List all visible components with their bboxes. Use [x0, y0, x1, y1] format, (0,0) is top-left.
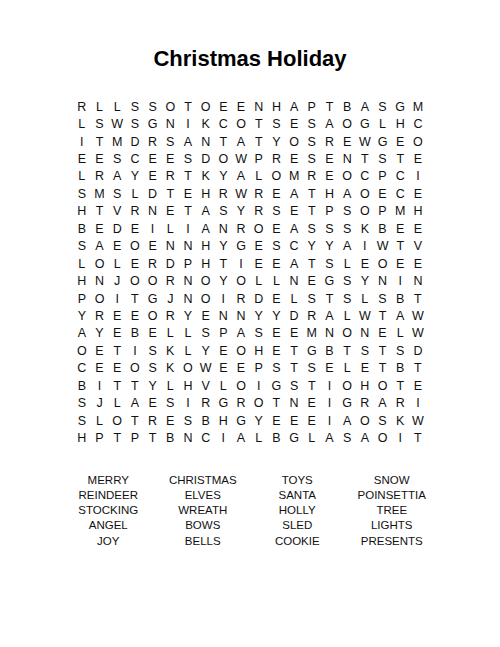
grid-cell-r19c11: Y [250, 412, 268, 429]
grid-cell-r16c18: T [374, 360, 392, 377]
grid-cell-r16c11: P [250, 360, 268, 377]
grid-cell-r12c16: S [338, 290, 356, 307]
grid-cell-r1c17: A [356, 98, 374, 115]
grid-cell-r4c20: E [409, 150, 427, 167]
grid-cell-r17c16: O [338, 377, 356, 394]
grid-cell-r14c14: M [303, 325, 321, 342]
grid-cell-r2c18: L [374, 115, 392, 132]
grid-cell-r15c2: E [91, 342, 109, 359]
grid-cell-r17c9: L [215, 377, 233, 394]
grid-cell-r9c18: W [374, 238, 392, 255]
grid-cell-r3c10: A [232, 133, 250, 150]
grid-cell-r17c12: G [268, 377, 286, 394]
grid-cell-r18c2: J [91, 394, 109, 411]
grid-cell-r6c6: T [161, 185, 179, 202]
grid-cell-r14c3: E [108, 325, 126, 342]
grid-cell-r15c4: I [126, 342, 144, 359]
grid-cell-r5c5: E [144, 168, 162, 185]
grid-cell-r6c11: R [250, 185, 268, 202]
word-christmas: CHRISTMAS [156, 473, 251, 488]
grid-cell-r7c20: H [409, 203, 427, 220]
grid-cell-r15c3: T [108, 342, 126, 359]
grid-cell-r8c17: K [356, 220, 374, 237]
grid-cell-r12c6: J [161, 290, 179, 307]
grid-cell-r5c2: R [91, 168, 109, 185]
grid-cell-r10c5: R [144, 255, 162, 272]
grid-cell-r20c3: T [108, 429, 126, 446]
grid-cell-r9c9: Y [215, 238, 233, 255]
grid-cell-r19c5: R [144, 412, 162, 429]
grid-cell-r20c19: I [391, 429, 409, 446]
grid-cell-r7c13: E [285, 203, 303, 220]
grid-cell-r3c5: R [144, 133, 162, 150]
word-presents: PRESENTS [345, 534, 440, 549]
grid-cell-r16c12: S [268, 360, 286, 377]
grid-cell-r6c1: S [73, 185, 91, 202]
grid-cell-r10c7: P [179, 255, 197, 272]
grid-cell-r1c9: E [215, 98, 233, 115]
worksheet-page: Christmas Holiday RLLSSOTOEENHAPTBASGMLS… [0, 0, 500, 647]
grid-cell-r20c2: P [91, 429, 109, 446]
word-bows: BOWS [156, 518, 251, 533]
grid-cell-r13c20: W [409, 307, 427, 324]
grid-cell-r14c9: P [215, 325, 233, 342]
grid-cell-r17c2: I [91, 377, 109, 394]
grid-cell-r4c7: S [179, 150, 197, 167]
grid-cell-r18c1: S [73, 394, 91, 411]
word-poinsettia: POINSETTIA [345, 488, 440, 503]
grid-cell-r19c1: S [73, 412, 91, 429]
grid-cell-r1c4: S [126, 98, 144, 115]
grid-cell-r18c6: S [161, 394, 179, 411]
grid-cell-r15c20: D [409, 342, 427, 359]
grid-cell-r14c16: O [338, 325, 356, 342]
grid-cell-r15c13: T [285, 342, 303, 359]
grid-cell-r5c17: C [356, 168, 374, 185]
grid-cell-r5c14: R [303, 168, 321, 185]
grid-cell-r11c12: L [268, 272, 286, 289]
grid-cell-r3c14: S [303, 133, 321, 150]
grid-cell-r17c14: T [303, 377, 321, 394]
grid-cell-r18c12: T [268, 394, 286, 411]
grid-cell-r6c18: E [374, 185, 392, 202]
grid-cell-r4c10: W [232, 150, 250, 167]
grid-cell-r5c12: O [268, 168, 286, 185]
grid-cell-r18c15: I [321, 394, 339, 411]
grid-cell-r15c17: S [356, 342, 374, 359]
grid-cell-r19c10: G [232, 412, 250, 429]
word-santa: SANTA [250, 488, 345, 503]
grid-cell-r1c2: L [91, 98, 109, 115]
grid-cell-r11c15: G [321, 272, 339, 289]
grid-cell-r2c20: C [409, 115, 427, 132]
grid-cell-r1c6: O [161, 98, 179, 115]
grid-cell-r8c8: A [197, 220, 215, 237]
grid-cell-r18c20: I [409, 394, 427, 411]
grid-cell-r1c18: S [374, 98, 392, 115]
grid-cell-r17c7: H [179, 377, 197, 394]
grid-cell-r19c2: L [91, 412, 109, 429]
grid-cell-r3c18: G [374, 133, 392, 150]
grid-cell-r1c10: E [232, 98, 250, 115]
grid-cell-r8c15: S [321, 220, 339, 237]
grid-cell-r2c14: S [303, 115, 321, 132]
grid-cell-r5c11: L [250, 168, 268, 185]
grid-cell-r14c15: N [321, 325, 339, 342]
grid-cell-r3c9: T [215, 133, 233, 150]
grid-cell-r3c12: Y [268, 133, 286, 150]
grid-cell-r18c8: R [197, 394, 215, 411]
grid-cell-r2c7: I [179, 115, 197, 132]
grid-cell-r19c12: E [268, 412, 286, 429]
grid-cell-r12c8: O [197, 290, 215, 307]
grid-cell-r2c2: S [91, 115, 109, 132]
grid-cell-r2c4: S [126, 115, 144, 132]
grid-cell-r10c4: E [126, 255, 144, 272]
grid-cell-r4c1: E [73, 150, 91, 167]
grid-cell-r3c8: N [197, 133, 215, 150]
letter-grid: RLLSSOTOEENHAPTBASGMLSWSGNIKCOTSESAOGLHC… [73, 98, 427, 447]
grid-cell-r7c9: S [215, 203, 233, 220]
grid-cell-r5c3: A [108, 168, 126, 185]
grid-cell-r14c5: E [144, 325, 162, 342]
grid-cell-r13c7: Y [179, 307, 197, 324]
grid-cell-r20c10: A [232, 429, 250, 446]
grid-cell-r9c3: E [108, 238, 126, 255]
grid-cell-r1c7: T [179, 98, 197, 115]
grid-cell-r4c19: T [391, 150, 409, 167]
grid-cell-r3c7: A [179, 133, 197, 150]
grid-cell-r14c1: A [73, 325, 91, 342]
grid-cell-r7c6: E [161, 203, 179, 220]
grid-cell-r4c16: N [338, 150, 356, 167]
grid-cell-r12c10: R [232, 290, 250, 307]
grid-cell-r3c6: S [161, 133, 179, 150]
grid-cell-r18c11: O [250, 394, 268, 411]
grid-cell-r15c6: K [161, 342, 179, 359]
grid-cell-r15c10: O [232, 342, 250, 359]
grid-cell-r19c6: E [161, 412, 179, 429]
grid-cell-r6c3: S [108, 185, 126, 202]
grid-cell-r11c2: N [91, 272, 109, 289]
grid-cell-r16c6: K [161, 360, 179, 377]
grid-cell-r14c10: A [232, 325, 250, 342]
grid-cell-r4c18: S [374, 150, 392, 167]
grid-cell-r10c16: L [338, 255, 356, 272]
grid-cell-r19c14: E [303, 412, 321, 429]
grid-cell-r20c4: P [126, 429, 144, 446]
grid-cell-r16c10: E [232, 360, 250, 377]
grid-cell-r20c1: H [73, 429, 91, 446]
grid-cell-r11c20: N [409, 272, 427, 289]
grid-cell-r18c3: L [108, 394, 126, 411]
grid-cell-r17c15: I [321, 377, 339, 394]
grid-cell-r16c15: E [321, 360, 339, 377]
word-elves: ELVES [156, 488, 251, 503]
grid-cell-r15c11: H [250, 342, 268, 359]
grid-cell-r11c6: R [161, 272, 179, 289]
grid-cell-r5c10: A [232, 168, 250, 185]
word-lights: LIGHTS [345, 518, 440, 533]
grid-cell-r7c1: H [73, 203, 91, 220]
grid-cell-r15c14: G [303, 342, 321, 359]
grid-cell-r18c4: A [126, 394, 144, 411]
word-bells: BELLS [156, 534, 251, 549]
grid-cell-r2c19: H [391, 115, 409, 132]
grid-cell-r12c5: G [144, 290, 162, 307]
grid-cell-r5c1: L [73, 168, 91, 185]
grid-cell-r9c11: E [250, 238, 268, 255]
grid-cell-r15c19: S [391, 342, 409, 359]
grid-cell-r3c11: T [250, 133, 268, 150]
grid-cell-r15c16: T [338, 342, 356, 359]
grid-cell-r14c20: W [409, 325, 427, 342]
grid-cell-r2c13: E [285, 115, 303, 132]
grid-cell-r16c4: O [126, 360, 144, 377]
grid-cell-r10c15: S [321, 255, 339, 272]
grid-cell-r19c7: S [179, 412, 197, 429]
grid-cell-r6c12: E [268, 185, 286, 202]
grid-cell-r11c7: N [179, 272, 197, 289]
grid-cell-r12c1: P [73, 290, 91, 307]
grid-cell-r10c19: E [391, 255, 409, 272]
grid-cell-r5c9: Y [215, 168, 233, 185]
grid-cell-r12c12: E [268, 290, 286, 307]
grid-cell-r1c5: S [144, 98, 162, 115]
grid-cell-r19c3: O [108, 412, 126, 429]
grid-cell-r14c8: S [197, 325, 215, 342]
word-list: MERRYREINDEERSTOCKINGANGELJOYCHRISTMASEL… [61, 473, 500, 549]
word-stocking: STOCKING [61, 503, 156, 518]
grid-cell-r4c17: T [356, 150, 374, 167]
grid-cell-r16c9: E [215, 360, 233, 377]
grid-cell-r15c18: T [374, 342, 392, 359]
grid-cell-r11c16: S [338, 272, 356, 289]
grid-cell-r8c4: E [126, 220, 144, 237]
grid-cell-r13c14: R [303, 307, 321, 324]
grid-cell-r18c10: R [232, 394, 250, 411]
grid-cell-r12c7: N [179, 290, 197, 307]
grid-cell-r3c19: E [391, 133, 409, 150]
grid-cell-r5c15: E [321, 168, 339, 185]
grid-cell-r18c13: N [285, 394, 303, 411]
grid-cell-r17c20: E [409, 377, 427, 394]
grid-cell-r9c19: T [391, 238, 409, 255]
grid-cell-r7c12: S [268, 203, 286, 220]
grid-cell-r20c11: L [250, 429, 268, 446]
grid-cell-r16c2: E [91, 360, 109, 377]
grid-cell-r13c5: O [144, 307, 162, 324]
grid-cell-r5c8: K [197, 168, 215, 185]
grid-cell-r14c7: L [179, 325, 197, 342]
grid-cell-r5c6: R [161, 168, 179, 185]
grid-cell-r8c10: R [232, 220, 250, 237]
grid-cell-r11c18: N [374, 272, 392, 289]
grid-cell-r15c5: S [144, 342, 162, 359]
grid-cell-r10c8: H [197, 255, 215, 272]
grid-cell-r11c1: H [73, 272, 91, 289]
grid-cell-r9c2: A [91, 238, 109, 255]
word-reindeer: REINDEER [61, 488, 156, 503]
grid-cell-r8c20: E [409, 220, 427, 237]
word-joy: JOY [61, 534, 156, 549]
grid-cell-r14c19: L [391, 325, 409, 342]
grid-cell-r11c9: Y [215, 272, 233, 289]
puzzle-title: Christmas Holiday [0, 0, 500, 72]
grid-cell-r11c19: I [391, 272, 409, 289]
grid-cell-r6c9: R [215, 185, 233, 202]
grid-cell-r17c4: T [126, 377, 144, 394]
word-list-column-4: SNOWPOINSETTIATREELIGHTSPRESENTS [345, 473, 440, 549]
grid-cell-r16c13: T [285, 360, 303, 377]
grid-cell-r9c15: Y [321, 238, 339, 255]
grid-cell-r11c17: Y [356, 272, 374, 289]
grid-cell-r15c15: B [321, 342, 339, 359]
grid-cell-r17c3: T [108, 377, 126, 394]
grid-cell-r18c16: G [338, 394, 356, 411]
grid-cell-r17c17: H [356, 377, 374, 394]
word-merry: MERRY [61, 473, 156, 488]
grid-cell-r20c16: S [338, 429, 356, 446]
grid-cell-r1c1: R [73, 98, 91, 115]
grid-cell-r12c19: B [391, 290, 409, 307]
grid-cell-r16c19: B [391, 360, 409, 377]
grid-cell-r16c1: C [73, 360, 91, 377]
grid-cell-r2c10: O [232, 115, 250, 132]
grid-cell-r6c4: L [126, 185, 144, 202]
grid-cell-r12c15: T [321, 290, 339, 307]
word-holly: HOLLY [250, 503, 345, 518]
grid-cell-r19c15: I [321, 412, 339, 429]
grid-cell-r10c18: O [374, 255, 392, 272]
grid-cell-r17c13: S [285, 377, 303, 394]
grid-cell-r8c7: I [179, 220, 197, 237]
grid-cell-r13c9: N [215, 307, 233, 324]
grid-cell-r20c18: O [374, 429, 392, 446]
grid-cell-r14c13: E [285, 325, 303, 342]
word-list-column-3: TOYSSANTAHOLLYSLEDCOOKIE [250, 473, 345, 549]
grid-cell-r8c11: O [250, 220, 268, 237]
grid-cell-r8c1: B [73, 220, 91, 237]
grid-cell-r16c20: T [409, 360, 427, 377]
grid-cell-r16c3: E [108, 360, 126, 377]
word-cookie: COOKIE [250, 534, 345, 549]
grid-cell-r19c17: O [356, 412, 374, 429]
grid-cell-r1c20: M [409, 98, 427, 115]
grid-cell-r9c5: E [144, 238, 162, 255]
grid-cell-r20c7: N [179, 429, 197, 446]
grid-cell-r12c18: S [374, 290, 392, 307]
grid-cell-r7c7: T [179, 203, 197, 220]
grid-cell-r20c15: A [321, 429, 339, 446]
grid-cell-r1c13: A [285, 98, 303, 115]
grid-cell-r6c15: H [321, 185, 339, 202]
grid-cell-r19c4: T [126, 412, 144, 429]
grid-cell-r11c5: O [144, 272, 162, 289]
grid-cell-r8c2: E [91, 220, 109, 237]
grid-cell-r11c11: L [250, 272, 268, 289]
word-list-column-2: CHRISTMASELVESWREATHBOWSBELLS [156, 473, 251, 549]
grid-cell-r4c4: C [126, 150, 144, 167]
grid-cell-r12c4: T [126, 290, 144, 307]
grid-cell-r9c7: N [179, 238, 197, 255]
grid-cell-r13c19: A [391, 307, 409, 324]
grid-cell-r6c13: A [285, 185, 303, 202]
grid-cell-r20c20: T [409, 429, 427, 446]
grid-cell-r13c3: E [108, 307, 126, 324]
grid-cell-r4c8: D [197, 150, 215, 167]
grid-cell-r5c18: P [374, 168, 392, 185]
grid-cell-r4c6: E [161, 150, 179, 167]
grid-cell-r14c12: E [268, 325, 286, 342]
grid-cell-r16c14: S [303, 360, 321, 377]
grid-cell-r15c7: L [179, 342, 197, 359]
grid-cell-r8c9: N [215, 220, 233, 237]
grid-cell-r13c16: L [338, 307, 356, 324]
grid-cell-r9c10: G [232, 238, 250, 255]
grid-cell-r8c12: E [268, 220, 286, 237]
grid-cell-r13c15: A [321, 307, 339, 324]
grid-cell-r13c18: T [374, 307, 392, 324]
grid-cell-r16c16: L [338, 360, 356, 377]
grid-cell-r11c14: E [303, 272, 321, 289]
grid-cell-r1c12: H [268, 98, 286, 115]
grid-cell-r5c4: Y [126, 168, 144, 185]
grid-cell-r5c20: I [409, 168, 427, 185]
grid-cell-r15c12: E [268, 342, 286, 359]
grid-cell-r6c20: E [409, 185, 427, 202]
grid-cell-r7c15: P [321, 203, 339, 220]
grid-cell-r19c18: S [374, 412, 392, 429]
grid-cell-r5c13: M [285, 168, 303, 185]
grid-cell-r18c5: E [144, 394, 162, 411]
grid-cell-r8c3: D [108, 220, 126, 237]
word-tree: TREE [345, 503, 440, 518]
grid-cell-r7c3: V [108, 203, 126, 220]
word-snow: SNOW [345, 473, 440, 488]
grid-cell-r13c13: D [285, 307, 303, 324]
grid-cell-r3c17: W [356, 133, 374, 150]
grid-cell-r10c13: A [285, 255, 303, 272]
grid-cell-r14c17: N [356, 325, 374, 342]
grid-cell-r20c14: L [303, 429, 321, 446]
grid-cell-r18c18: A [374, 394, 392, 411]
grid-cell-r9c14: Y [303, 238, 321, 255]
grid-cell-r3c1: I [73, 133, 91, 150]
grid-cell-r10c14: T [303, 255, 321, 272]
grid-cell-r4c3: S [108, 150, 126, 167]
grid-cell-r4c2: E [91, 150, 109, 167]
grid-cell-r13c8: E [197, 307, 215, 324]
grid-cell-r4c14: S [303, 150, 321, 167]
grid-cell-r20c13: G [285, 429, 303, 446]
grid-cell-r7c4: R [126, 203, 144, 220]
grid-cell-r3c16: E [338, 133, 356, 150]
grid-cell-r17c5: Y [144, 377, 162, 394]
grid-cell-r9c6: N [161, 238, 179, 255]
grid-cell-r20c8: C [197, 429, 215, 446]
grid-cell-r8c13: A [285, 220, 303, 237]
grid-cell-r8c5: I [144, 220, 162, 237]
word-wreath: WREATH [156, 503, 251, 518]
grid-cell-r3c13: O [285, 133, 303, 150]
grid-cell-r17c1: B [73, 377, 91, 394]
word-sled: SLED [250, 518, 345, 533]
grid-cell-r15c9: E [215, 342, 233, 359]
grid-cell-r9c16: A [338, 238, 356, 255]
grid-cell-r18c19: R [391, 394, 409, 411]
grid-cell-r1c14: P [303, 98, 321, 115]
